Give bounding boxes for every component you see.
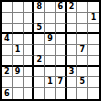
sudoku-cell[interactable] (2, 45, 13, 56)
sudoku-cell[interactable] (45, 13, 56, 24)
sudoku-cell[interactable] (34, 88, 45, 99)
sudoku-cell-given[interactable]: 2 (67, 2, 78, 13)
sudoku-cell[interactable] (2, 77, 13, 88)
sudoku-cell[interactable] (34, 34, 45, 45)
sudoku-cell[interactable] (13, 88, 24, 99)
sudoku-cell[interactable] (67, 45, 78, 56)
sudoku-cell[interactable] (88, 67, 99, 78)
sudoku-cell[interactable] (88, 45, 99, 56)
sudoku-cell[interactable] (88, 2, 99, 13)
sudoku-cell[interactable] (67, 88, 78, 99)
sudoku-cell[interactable] (77, 24, 88, 35)
sudoku-cell-given[interactable]: 7 (56, 77, 67, 88)
sudoku-cell[interactable] (24, 77, 35, 88)
sudoku-cell[interactable] (88, 24, 99, 35)
sudoku-cell[interactable] (45, 24, 56, 35)
sudoku-cell[interactable] (77, 2, 88, 13)
sudoku-cell-given[interactable]: 5 (34, 24, 45, 35)
sudoku-cell-given[interactable]: 9 (45, 34, 56, 45)
sudoku-cell[interactable] (56, 45, 67, 56)
sudoku-cell[interactable] (56, 13, 67, 24)
sudoku-cell[interactable] (77, 34, 88, 45)
sudoku-cell[interactable] (45, 67, 56, 78)
sudoku-cell[interactable] (67, 13, 78, 24)
sudoku-cell[interactable] (24, 67, 35, 78)
sudoku-cell[interactable] (77, 56, 88, 67)
sudoku-cell[interactable] (13, 77, 24, 88)
sudoku-cell[interactable] (56, 67, 67, 78)
sudoku-cell[interactable] (45, 56, 56, 67)
sudoku-board: 86215491722931756 (0, 0, 101, 101)
sudoku-cell-given[interactable]: 5 (77, 77, 88, 88)
sudoku-cell[interactable] (13, 56, 24, 67)
sudoku-cell[interactable] (24, 88, 35, 99)
sudoku-cell[interactable] (24, 45, 35, 56)
sudoku-cell[interactable] (77, 13, 88, 24)
sudoku-cell[interactable] (24, 13, 35, 24)
sudoku-cell[interactable] (56, 56, 67, 67)
sudoku-cell-given[interactable]: 1 (13, 45, 24, 56)
sudoku-cell-given[interactable]: 2 (34, 56, 45, 67)
sudoku-cell[interactable] (67, 24, 78, 35)
sudoku-cell-given[interactable]: 4 (2, 34, 13, 45)
sudoku-cell[interactable] (56, 24, 67, 35)
sudoku-cell-given[interactable]: 8 (34, 2, 45, 13)
sudoku-cell[interactable] (34, 67, 45, 78)
sudoku-cell[interactable] (34, 77, 45, 88)
sudoku-cell[interactable] (24, 56, 35, 67)
sudoku-cell[interactable] (56, 34, 67, 45)
sudoku-cell-given[interactable]: 6 (2, 88, 13, 99)
sudoku-cell[interactable] (77, 67, 88, 78)
sudoku-cell[interactable] (88, 88, 99, 99)
sudoku-cell[interactable] (88, 34, 99, 45)
sudoku-cell-given[interactable]: 6 (56, 2, 67, 13)
sudoku-cell[interactable] (13, 13, 24, 24)
sudoku-cell[interactable] (2, 56, 13, 67)
sudoku-cell[interactable] (24, 34, 35, 45)
sudoku-cell[interactable] (67, 77, 78, 88)
sudoku-cell[interactable] (24, 24, 35, 35)
sudoku-cell[interactable] (34, 13, 45, 24)
sudoku-cell[interactable] (45, 45, 56, 56)
sudoku-cell[interactable] (88, 56, 99, 67)
sudoku-cell[interactable] (45, 2, 56, 13)
sudoku-cell[interactable] (88, 77, 99, 88)
sudoku-cell-given[interactable]: 1 (88, 13, 99, 24)
sudoku-cell[interactable] (2, 2, 13, 13)
sudoku-cell-given[interactable]: 2 (2, 67, 13, 78)
sudoku-cell[interactable] (2, 13, 13, 24)
sudoku-cell[interactable] (56, 88, 67, 99)
sudoku-cell[interactable] (77, 88, 88, 99)
sudoku-cell[interactable] (67, 56, 78, 67)
sudoku-cell[interactable] (45, 88, 56, 99)
sudoku-cell-given[interactable]: 3 (67, 67, 78, 78)
sudoku-cell-given[interactable]: 9 (13, 67, 24, 78)
sudoku-cell[interactable] (34, 45, 45, 56)
sudoku-cell[interactable] (13, 24, 24, 35)
sudoku-cell-given[interactable]: 7 (77, 45, 88, 56)
sudoku-cell[interactable] (13, 2, 24, 13)
sudoku-cell-given[interactable]: 1 (45, 77, 56, 88)
sudoku-cell[interactable] (67, 34, 78, 45)
sudoku-cell[interactable] (13, 34, 24, 45)
sudoku-cell[interactable] (2, 24, 13, 35)
sudoku-cell[interactable] (24, 2, 35, 13)
